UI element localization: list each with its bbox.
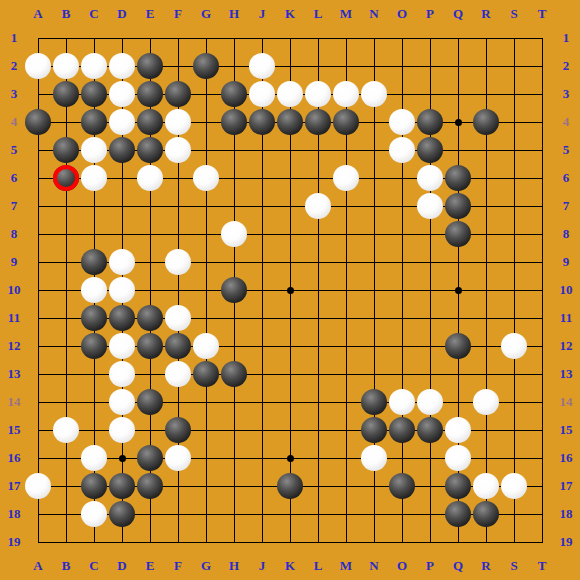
intersection-P10[interactable] xyxy=(416,276,444,304)
intersection-F18[interactable] xyxy=(164,500,192,528)
intersection-Q18[interactable] xyxy=(444,500,472,528)
intersection-Q10[interactable] xyxy=(444,276,472,304)
intersection-J7[interactable] xyxy=(248,192,276,220)
intersection-E9[interactable] xyxy=(136,248,164,276)
intersection-M11[interactable] xyxy=(332,304,360,332)
intersection-C3[interactable] xyxy=(80,80,108,108)
intersection-E13[interactable] xyxy=(136,360,164,388)
intersection-F11[interactable] xyxy=(164,304,192,332)
intersection-E3[interactable] xyxy=(136,80,164,108)
intersection-R16[interactable] xyxy=(472,444,500,472)
intersection-E2[interactable] xyxy=(136,52,164,80)
intersection-M6[interactable] xyxy=(332,164,360,192)
intersection-F8[interactable] xyxy=(164,220,192,248)
intersection-B3[interactable] xyxy=(52,80,80,108)
intersection-N13[interactable] xyxy=(360,360,388,388)
intersection-L15[interactable] xyxy=(304,416,332,444)
intersection-P9[interactable] xyxy=(416,248,444,276)
intersection-F15[interactable] xyxy=(164,416,192,444)
intersection-G6[interactable] xyxy=(192,164,220,192)
intersection-F13[interactable] xyxy=(164,360,192,388)
intersection-S7[interactable] xyxy=(500,192,528,220)
intersection-O6[interactable] xyxy=(388,164,416,192)
intersection-F9[interactable] xyxy=(164,248,192,276)
intersection-D11[interactable] xyxy=(108,304,136,332)
intersection-A4[interactable] xyxy=(24,108,52,136)
intersection-Q12[interactable] xyxy=(444,332,472,360)
intersection-Q4[interactable] xyxy=(444,108,472,136)
intersection-Q9[interactable] xyxy=(444,248,472,276)
intersection-F4[interactable] xyxy=(164,108,192,136)
intersection-A1[interactable] xyxy=(24,24,52,52)
intersection-G14[interactable] xyxy=(192,388,220,416)
intersection-G15[interactable] xyxy=(192,416,220,444)
intersection-E14[interactable] xyxy=(136,388,164,416)
intersection-K15[interactable] xyxy=(276,416,304,444)
intersection-H14[interactable] xyxy=(220,388,248,416)
intersection-G13[interactable] xyxy=(192,360,220,388)
intersection-M9[interactable] xyxy=(332,248,360,276)
intersection-J12[interactable] xyxy=(248,332,276,360)
intersection-Q7[interactable] xyxy=(444,192,472,220)
intersection-P11[interactable] xyxy=(416,304,444,332)
intersection-L12[interactable] xyxy=(304,332,332,360)
intersection-E7[interactable] xyxy=(136,192,164,220)
intersection-D12[interactable] xyxy=(108,332,136,360)
intersection-C17[interactable] xyxy=(80,472,108,500)
intersection-S17[interactable] xyxy=(500,472,528,500)
intersection-R3[interactable] xyxy=(472,80,500,108)
intersection-E17[interactable] xyxy=(136,472,164,500)
intersection-P7[interactable] xyxy=(416,192,444,220)
intersection-S12[interactable] xyxy=(500,332,528,360)
intersection-A11[interactable] xyxy=(24,304,52,332)
intersection-N8[interactable] xyxy=(360,220,388,248)
intersection-D6[interactable] xyxy=(108,164,136,192)
intersection-F16[interactable] xyxy=(164,444,192,472)
intersection-C1[interactable] xyxy=(80,24,108,52)
intersection-F14[interactable] xyxy=(164,388,192,416)
intersection-L9[interactable] xyxy=(304,248,332,276)
intersection-E10[interactable] xyxy=(136,276,164,304)
intersection-G11[interactable] xyxy=(192,304,220,332)
intersection-K10[interactable] xyxy=(276,276,304,304)
intersection-F1[interactable] xyxy=(164,24,192,52)
intersection-O12[interactable] xyxy=(388,332,416,360)
intersection-G8[interactable] xyxy=(192,220,220,248)
intersection-Q2[interactable] xyxy=(444,52,472,80)
intersection-L18[interactable] xyxy=(304,500,332,528)
intersection-S9[interactable] xyxy=(500,248,528,276)
intersection-O16[interactable] xyxy=(388,444,416,472)
intersection-R1[interactable] xyxy=(472,24,500,52)
intersection-B12[interactable] xyxy=(52,332,80,360)
intersection-M17[interactable] xyxy=(332,472,360,500)
intersection-N16[interactable] xyxy=(360,444,388,472)
intersection-P13[interactable] xyxy=(416,360,444,388)
intersection-G12[interactable] xyxy=(192,332,220,360)
intersection-C15[interactable] xyxy=(80,416,108,444)
intersection-G1[interactable] xyxy=(192,24,220,52)
intersection-S11[interactable] xyxy=(500,304,528,332)
intersection-M14[interactable] xyxy=(332,388,360,416)
intersection-M2[interactable] xyxy=(332,52,360,80)
intersection-D17[interactable] xyxy=(108,472,136,500)
intersection-R9[interactable] xyxy=(472,248,500,276)
intersection-O8[interactable] xyxy=(388,220,416,248)
intersection-S18[interactable] xyxy=(500,500,528,528)
intersection-B18[interactable] xyxy=(52,500,80,528)
intersection-M12[interactable] xyxy=(332,332,360,360)
intersection-Q15[interactable] xyxy=(444,416,472,444)
intersection-E6[interactable] xyxy=(136,164,164,192)
intersection-S10[interactable] xyxy=(500,276,528,304)
intersection-A3[interactable] xyxy=(24,80,52,108)
intersection-P16[interactable] xyxy=(416,444,444,472)
intersection-N18[interactable] xyxy=(360,500,388,528)
intersection-P17[interactable] xyxy=(416,472,444,500)
intersection-A13[interactable] xyxy=(24,360,52,388)
intersection-R7[interactable] xyxy=(472,192,500,220)
intersection-H13[interactable] xyxy=(220,360,248,388)
intersection-H6[interactable] xyxy=(220,164,248,192)
intersection-E12[interactable] xyxy=(136,332,164,360)
intersection-A8[interactable] xyxy=(24,220,52,248)
intersection-R4[interactable] xyxy=(472,108,500,136)
intersection-H7[interactable] xyxy=(220,192,248,220)
intersection-Q13[interactable] xyxy=(444,360,472,388)
intersection-M13[interactable] xyxy=(332,360,360,388)
intersection-D8[interactable] xyxy=(108,220,136,248)
intersection-B2[interactable] xyxy=(52,52,80,80)
intersection-M8[interactable] xyxy=(332,220,360,248)
intersection-B11[interactable] xyxy=(52,304,80,332)
intersection-D2[interactable] xyxy=(108,52,136,80)
intersection-N5[interactable] xyxy=(360,136,388,164)
intersection-O4[interactable] xyxy=(388,108,416,136)
intersection-A16[interactable] xyxy=(24,444,52,472)
intersection-R18[interactable] xyxy=(472,500,500,528)
intersection-R11[interactable] xyxy=(472,304,500,332)
intersection-B6[interactable] xyxy=(52,164,80,192)
intersection-H9[interactable] xyxy=(220,248,248,276)
intersection-N3[interactable] xyxy=(360,80,388,108)
intersection-F2[interactable] xyxy=(164,52,192,80)
intersection-Q16[interactable] xyxy=(444,444,472,472)
intersection-G10[interactable] xyxy=(192,276,220,304)
intersection-M16[interactable] xyxy=(332,444,360,472)
intersection-O7[interactable] xyxy=(388,192,416,220)
intersection-S4[interactable] xyxy=(500,108,528,136)
intersection-P12[interactable] xyxy=(416,332,444,360)
intersection-R8[interactable] xyxy=(472,220,500,248)
intersection-K12[interactable] xyxy=(276,332,304,360)
intersection-F3[interactable] xyxy=(164,80,192,108)
intersection-R17[interactable] xyxy=(472,472,500,500)
intersection-H5[interactable] xyxy=(220,136,248,164)
intersection-M15[interactable] xyxy=(332,416,360,444)
intersection-G3[interactable] xyxy=(192,80,220,108)
intersection-B16[interactable] xyxy=(52,444,80,472)
intersection-M4[interactable] xyxy=(332,108,360,136)
intersection-G4[interactable] xyxy=(192,108,220,136)
intersection-K3[interactable] xyxy=(276,80,304,108)
intersection-K2[interactable] xyxy=(276,52,304,80)
intersection-E16[interactable] xyxy=(136,444,164,472)
intersection-S13[interactable] xyxy=(500,360,528,388)
intersection-M18[interactable] xyxy=(332,500,360,528)
intersection-H3[interactable] xyxy=(220,80,248,108)
intersection-L2[interactable] xyxy=(304,52,332,80)
intersection-P18[interactable] xyxy=(416,500,444,528)
intersection-P14[interactable] xyxy=(416,388,444,416)
intersection-O18[interactable] xyxy=(388,500,416,528)
intersection-J6[interactable] xyxy=(248,164,276,192)
intersection-J1[interactable] xyxy=(248,24,276,52)
intersection-P5[interactable] xyxy=(416,136,444,164)
intersection-S8[interactable] xyxy=(500,220,528,248)
intersection-O2[interactable] xyxy=(388,52,416,80)
intersection-Q17[interactable] xyxy=(444,472,472,500)
intersection-R5[interactable] xyxy=(472,136,500,164)
intersection-M10[interactable] xyxy=(332,276,360,304)
intersection-M3[interactable] xyxy=(332,80,360,108)
intersection-K1[interactable] xyxy=(276,24,304,52)
intersection-F7[interactable] xyxy=(164,192,192,220)
intersection-P2[interactable] xyxy=(416,52,444,80)
intersection-N12[interactable] xyxy=(360,332,388,360)
intersection-D1[interactable] xyxy=(108,24,136,52)
intersection-L7[interactable] xyxy=(304,192,332,220)
intersection-H2[interactable] xyxy=(220,52,248,80)
intersection-D5[interactable] xyxy=(108,136,136,164)
intersection-J4[interactable] xyxy=(248,108,276,136)
intersection-D13[interactable] xyxy=(108,360,136,388)
intersection-C16[interactable] xyxy=(80,444,108,472)
intersection-C6[interactable] xyxy=(80,164,108,192)
intersection-A9[interactable] xyxy=(24,248,52,276)
intersection-S15[interactable] xyxy=(500,416,528,444)
intersection-G17[interactable] xyxy=(192,472,220,500)
intersection-G9[interactable] xyxy=(192,248,220,276)
intersection-A6[interactable] xyxy=(24,164,52,192)
intersection-K13[interactable] xyxy=(276,360,304,388)
intersection-Q1[interactable] xyxy=(444,24,472,52)
intersection-C10[interactable] xyxy=(80,276,108,304)
intersection-N6[interactable] xyxy=(360,164,388,192)
intersection-L6[interactable] xyxy=(304,164,332,192)
intersection-S2[interactable] xyxy=(500,52,528,80)
intersection-Q11[interactable] xyxy=(444,304,472,332)
intersection-S1[interactable] xyxy=(500,24,528,52)
intersection-J13[interactable] xyxy=(248,360,276,388)
intersection-D10[interactable] xyxy=(108,276,136,304)
intersection-J15[interactable] xyxy=(248,416,276,444)
intersection-K14[interactable] xyxy=(276,388,304,416)
intersection-N2[interactable] xyxy=(360,52,388,80)
intersection-F17[interactable] xyxy=(164,472,192,500)
intersection-B7[interactable] xyxy=(52,192,80,220)
intersection-L1[interactable] xyxy=(304,24,332,52)
intersection-O1[interactable] xyxy=(388,24,416,52)
intersection-B1[interactable] xyxy=(52,24,80,52)
intersection-D3[interactable] xyxy=(108,80,136,108)
intersection-J18[interactable] xyxy=(248,500,276,528)
intersection-N4[interactable] xyxy=(360,108,388,136)
intersection-G7[interactable] xyxy=(192,192,220,220)
intersection-H15[interactable] xyxy=(220,416,248,444)
intersection-A7[interactable] xyxy=(24,192,52,220)
intersection-L14[interactable] xyxy=(304,388,332,416)
intersection-A2[interactable] xyxy=(24,52,52,80)
intersection-S5[interactable] xyxy=(500,136,528,164)
intersection-A14[interactable] xyxy=(24,388,52,416)
intersection-O9[interactable] xyxy=(388,248,416,276)
intersection-S16[interactable] xyxy=(500,444,528,472)
intersection-G2[interactable] xyxy=(192,52,220,80)
intersection-L4[interactable] xyxy=(304,108,332,136)
intersection-B8[interactable] xyxy=(52,220,80,248)
intersection-O10[interactable] xyxy=(388,276,416,304)
intersection-A5[interactable] xyxy=(24,136,52,164)
intersection-C4[interactable] xyxy=(80,108,108,136)
intersection-E5[interactable] xyxy=(136,136,164,164)
intersection-C9[interactable] xyxy=(80,248,108,276)
intersection-K6[interactable] xyxy=(276,164,304,192)
intersection-L10[interactable] xyxy=(304,276,332,304)
intersection-G16[interactable] xyxy=(192,444,220,472)
intersection-H12[interactable] xyxy=(220,332,248,360)
intersection-A17[interactable] xyxy=(24,472,52,500)
intersection-F10[interactable] xyxy=(164,276,192,304)
intersection-B17[interactable] xyxy=(52,472,80,500)
intersection-E18[interactable] xyxy=(136,500,164,528)
intersection-B13[interactable] xyxy=(52,360,80,388)
intersection-H16[interactable] xyxy=(220,444,248,472)
intersection-N1[interactable] xyxy=(360,24,388,52)
intersection-C11[interactable] xyxy=(80,304,108,332)
intersection-J14[interactable] xyxy=(248,388,276,416)
intersection-A10[interactable] xyxy=(24,276,52,304)
intersection-H10[interactable] xyxy=(220,276,248,304)
intersection-L16[interactable] xyxy=(304,444,332,472)
intersection-N14[interactable] xyxy=(360,388,388,416)
intersection-L8[interactable] xyxy=(304,220,332,248)
intersection-G18[interactable] xyxy=(192,500,220,528)
intersection-N10[interactable] xyxy=(360,276,388,304)
intersection-G5[interactable] xyxy=(192,136,220,164)
intersection-O11[interactable] xyxy=(388,304,416,332)
intersection-Q6[interactable] xyxy=(444,164,472,192)
intersection-O5[interactable] xyxy=(388,136,416,164)
intersection-O15[interactable] xyxy=(388,416,416,444)
intersection-R10[interactable] xyxy=(472,276,500,304)
intersection-D9[interactable] xyxy=(108,248,136,276)
intersection-C14[interactable] xyxy=(80,388,108,416)
intersection-R15[interactable] xyxy=(472,416,500,444)
intersection-N17[interactable] xyxy=(360,472,388,500)
intersection-K16[interactable] xyxy=(276,444,304,472)
intersection-O13[interactable] xyxy=(388,360,416,388)
intersection-D15[interactable] xyxy=(108,416,136,444)
intersection-D14[interactable] xyxy=(108,388,136,416)
intersection-B5[interactable] xyxy=(52,136,80,164)
intersection-C13[interactable] xyxy=(80,360,108,388)
intersection-N15[interactable] xyxy=(360,416,388,444)
intersection-Q3[interactable] xyxy=(444,80,472,108)
intersection-A18[interactable] xyxy=(24,500,52,528)
intersection-J2[interactable] xyxy=(248,52,276,80)
intersection-D7[interactable] xyxy=(108,192,136,220)
intersection-P15[interactable] xyxy=(416,416,444,444)
intersection-E15[interactable] xyxy=(136,416,164,444)
intersection-P4[interactable] xyxy=(416,108,444,136)
intersection-A12[interactable] xyxy=(24,332,52,360)
intersection-K9[interactable] xyxy=(276,248,304,276)
intersection-K8[interactable] xyxy=(276,220,304,248)
intersection-H1[interactable] xyxy=(220,24,248,52)
intersection-P3[interactable] xyxy=(416,80,444,108)
intersection-H4[interactable] xyxy=(220,108,248,136)
intersection-R12[interactable] xyxy=(472,332,500,360)
intersection-C5[interactable] xyxy=(80,136,108,164)
intersection-B9[interactable] xyxy=(52,248,80,276)
intersection-F6[interactable] xyxy=(164,164,192,192)
intersection-Q8[interactable] xyxy=(444,220,472,248)
intersection-A15[interactable] xyxy=(24,416,52,444)
intersection-E4[interactable] xyxy=(136,108,164,136)
intersection-B14[interactable] xyxy=(52,388,80,416)
intersection-C2[interactable] xyxy=(80,52,108,80)
intersection-C8[interactable] xyxy=(80,220,108,248)
intersection-H18[interactable] xyxy=(220,500,248,528)
intersection-J16[interactable] xyxy=(248,444,276,472)
intersection-O14[interactable] xyxy=(388,388,416,416)
intersection-K4[interactable] xyxy=(276,108,304,136)
intersection-R6[interactable] xyxy=(472,164,500,192)
intersection-O17[interactable] xyxy=(388,472,416,500)
intersection-L5[interactable] xyxy=(304,136,332,164)
intersection-L17[interactable] xyxy=(304,472,332,500)
intersection-N11[interactable] xyxy=(360,304,388,332)
intersection-J9[interactable] xyxy=(248,248,276,276)
intersection-Q5[interactable] xyxy=(444,136,472,164)
intersection-K18[interactable] xyxy=(276,500,304,528)
intersection-F12[interactable] xyxy=(164,332,192,360)
intersection-J3[interactable] xyxy=(248,80,276,108)
intersection-E1[interactable] xyxy=(136,24,164,52)
intersection-B15[interactable] xyxy=(52,416,80,444)
intersection-D18[interactable] xyxy=(108,500,136,528)
intersection-H11[interactable] xyxy=(220,304,248,332)
intersection-K11[interactable] xyxy=(276,304,304,332)
intersection-F5[interactable] xyxy=(164,136,192,164)
intersection-N7[interactable] xyxy=(360,192,388,220)
intersection-L13[interactable] xyxy=(304,360,332,388)
intersection-J5[interactable] xyxy=(248,136,276,164)
intersection-N9[interactable] xyxy=(360,248,388,276)
intersection-M7[interactable] xyxy=(332,192,360,220)
intersection-D4[interactable] xyxy=(108,108,136,136)
intersection-R2[interactable] xyxy=(472,52,500,80)
intersection-S14[interactable] xyxy=(500,388,528,416)
intersection-P6[interactable] xyxy=(416,164,444,192)
intersection-C7[interactable] xyxy=(80,192,108,220)
intersection-R13[interactable] xyxy=(472,360,500,388)
intersection-K5[interactable] xyxy=(276,136,304,164)
intersection-K7[interactable] xyxy=(276,192,304,220)
intersection-B10[interactable] xyxy=(52,276,80,304)
